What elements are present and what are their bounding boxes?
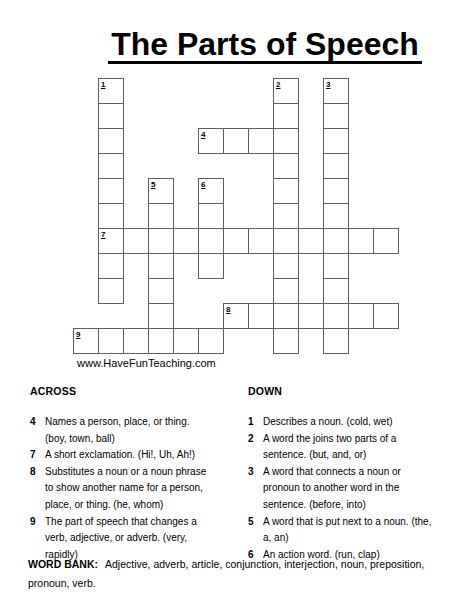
grid-cell-r10c10[interactable]: [323, 328, 349, 354]
grid-cell-r10c5[interactable]: [198, 328, 224, 354]
across-heading: ACROSS: [30, 385, 242, 398]
clue-number-label: 5: [248, 514, 254, 531]
clue-number-3: 3: [326, 80, 330, 89]
grid-cell-r9c11[interactable]: [348, 303, 374, 329]
grid-cell-r2c10[interactable]: [323, 128, 349, 154]
down-clues: 1Describes a noun. (cold, wet)2A word th…: [248, 414, 462, 563]
grid-cell-r6c11[interactable]: [348, 228, 374, 254]
grid-cell-r2c1[interactable]: [98, 128, 124, 154]
grid-cell-r3c10[interactable]: [323, 153, 349, 179]
clue-number-label: 2: [248, 431, 254, 448]
clue-text: Names a person, place, or thing. (boy, t…: [45, 416, 190, 444]
grid-cell-r9c10[interactable]: [323, 303, 349, 329]
title-wrap: The Parts of Speech: [56, 27, 474, 64]
clue-text: A word the joins two parts of a sentence…: [263, 433, 396, 461]
grid-cell-r5c8[interactable]: [273, 203, 299, 229]
grid-cell-r10c1[interactable]: [98, 328, 124, 354]
clue-number-label: 4: [30, 414, 36, 431]
across-clue-8: 8Substitutes a noun or a noun phrase to …: [30, 464, 242, 514]
clue-text: A word that connects a noun or pronoun t…: [263, 466, 401, 510]
down-clue-2: 2A word the joins two parts of a sentenc…: [248, 431, 462, 464]
grid-cell-r10c4[interactable]: [173, 328, 199, 354]
clue-number-5: 5: [151, 180, 155, 189]
grid-cell-r7c10[interactable]: [323, 253, 349, 279]
clue-number-7: 7: [101, 230, 105, 239]
grid-cell-r4c5[interactable]: 6: [198, 178, 224, 204]
grid-cell-r6c8[interactable]: [273, 228, 299, 254]
grid-cell-r0c10[interactable]: 3: [323, 78, 349, 104]
grid-cell-r8c8[interactable]: [273, 278, 299, 304]
grid-cell-r0c8[interactable]: 2: [273, 78, 299, 104]
word-bank-label: WORD BANK:: [28, 558, 98, 570]
grid-cell-r7c1[interactable]: [98, 253, 124, 279]
grid-cell-r6c7[interactable]: [248, 228, 274, 254]
across-section: ACROSS 4Names a person, place, or thing.…: [30, 385, 242, 563]
grid-cell-r1c8[interactable]: [273, 103, 299, 129]
clue-number-label: 1: [248, 414, 254, 431]
grid-cell-r5c10[interactable]: [323, 203, 349, 229]
grid-cell-r3c1[interactable]: [98, 153, 124, 179]
clue-text: A word that is put next to a noun. (the,…: [263, 516, 431, 544]
crossword-grid: 123456789: [73, 78, 400, 355]
grid-cell-r6c9[interactable]: [298, 228, 324, 254]
grid-cell-r3c8[interactable]: [273, 153, 299, 179]
grid-cell-r8c3[interactable]: [148, 278, 174, 304]
clue-number-6: 6: [201, 180, 205, 189]
clue-number-label: 9: [30, 514, 36, 531]
grid-cell-r10c8[interactable]: [273, 328, 299, 354]
grid-cell-r6c3[interactable]: [148, 228, 174, 254]
clue-number-label: 7: [30, 447, 36, 464]
grid-cell-r2c6[interactable]: [223, 128, 249, 154]
down-clue-5: 5A word that is put next to a noun. (the…: [248, 514, 462, 547]
clue-number-8: 8: [226, 305, 230, 314]
grid-cell-r8c10[interactable]: [323, 278, 349, 304]
word-bank: WORD BANK:Adjective, adverb, article, co…: [28, 555, 442, 593]
across-clues: 4Names a person, place, or thing. (boy, …: [30, 414, 242, 563]
grid-cell-r6c10[interactable]: [323, 228, 349, 254]
down-heading: DOWN: [248, 385, 462, 398]
grid-cell-r4c8[interactable]: [273, 178, 299, 204]
down-section: DOWN 1Describes a noun. (cold, wet)2A wo…: [248, 385, 462, 563]
clue-text: Describes a noun. (cold, wet): [263, 416, 393, 427]
grid-cell-r4c3[interactable]: 5: [148, 178, 174, 204]
grid-cell-r4c10[interactable]: [323, 178, 349, 204]
across-clue-4: 4Names a person, place, or thing. (boy, …: [30, 414, 242, 447]
grid-cell-r4c1[interactable]: [98, 178, 124, 204]
grid-cell-r6c2[interactable]: [123, 228, 149, 254]
grid-cell-r7c5[interactable]: [198, 253, 224, 279]
clue-number-label: 8: [30, 464, 36, 481]
grid-cell-r6c12[interactable]: [373, 228, 399, 254]
page-title: The Parts of Speech: [108, 27, 422, 64]
across-clue-7: 7A short exclamation. (Hi!, Uh, Ah!): [30, 447, 242, 464]
clue-text: The part of speech that changes a verb, …: [45, 516, 197, 560]
clue-number-1: 1: [101, 80, 105, 89]
grid-cell-r10c2[interactable]: [123, 328, 149, 354]
down-clue-3: 3A word that connects a noun or pronoun …: [248, 464, 462, 514]
down-clue-1: 1Describes a noun. (cold, wet): [248, 414, 462, 431]
grid-cell-r1c1[interactable]: [98, 103, 124, 129]
grid-cell-r9c7[interactable]: [248, 303, 274, 329]
clue-number-9: 9: [76, 330, 80, 339]
grid-cell-r8c1[interactable]: [98, 278, 124, 304]
grid-cell-r6c4[interactable]: [173, 228, 199, 254]
clue-number-2: 2: [276, 80, 280, 89]
grid-cell-r6c5[interactable]: [198, 228, 224, 254]
grid-cell-r0c1[interactable]: 1: [98, 78, 124, 104]
grid-cell-r2c8[interactable]: [273, 128, 299, 154]
grid-cell-r5c5[interactable]: [198, 203, 224, 229]
grid-cell-r6c1[interactable]: 7: [98, 228, 124, 254]
worksheet-page: The Parts of Speech 123456789 www.HaveFu…: [0, 0, 474, 613]
grid-cell-r9c12[interactable]: [373, 303, 399, 329]
grid-cell-r5c3[interactable]: [148, 203, 174, 229]
grid-cell-r6c6[interactable]: [223, 228, 249, 254]
grid-cell-r7c3[interactable]: [148, 253, 174, 279]
grid-cell-r10c0[interactable]: 9: [73, 328, 99, 354]
clue-number-label: 3: [248, 464, 254, 481]
grid-cell-r9c8[interactable]: [273, 303, 299, 329]
clue-text: A short exclamation. (Hi!, Uh, Ah!): [45, 449, 195, 460]
grid-cell-r2c5[interactable]: 4: [198, 128, 224, 154]
grid-cell-r5c1[interactable]: [98, 203, 124, 229]
clue-text: Substitutes a noun or a noun phrase to s…: [45, 466, 206, 510]
grid-cell-r9c3[interactable]: [148, 303, 174, 329]
grid-cell-r7c8[interactable]: [273, 253, 299, 279]
grid-cell-r1c10[interactable]: [323, 103, 349, 129]
grid-cell-r9c9[interactable]: [298, 303, 324, 329]
grid-cell-r9c6[interactable]: 8: [223, 303, 249, 329]
source-url: www.HaveFunTeaching.com: [77, 357, 216, 369]
grid-cell-r10c3[interactable]: [148, 328, 174, 354]
clue-number-4: 4: [201, 130, 205, 139]
grid-cell-r2c7[interactable]: [248, 128, 274, 154]
